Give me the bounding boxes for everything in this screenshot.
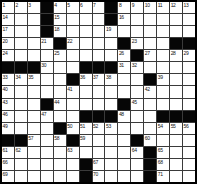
clue-number: 10 bbox=[145, 2, 150, 8]
clue-number: 39 bbox=[158, 74, 163, 80]
white-cell[interactable]: 17 bbox=[2, 26, 14, 37]
white-cell[interactable] bbox=[157, 135, 169, 146]
white-cell[interactable] bbox=[67, 111, 79, 122]
white-cell[interactable] bbox=[28, 99, 40, 110]
clue-number: 36 bbox=[80, 74, 85, 80]
clue-number: 26 bbox=[119, 50, 124, 56]
black-cell bbox=[131, 50, 143, 61]
white-cell[interactable] bbox=[28, 147, 40, 158]
clue-number: 11 bbox=[158, 2, 163, 8]
white-cell[interactable]: 52 bbox=[93, 123, 105, 134]
white-cell[interactable] bbox=[93, 26, 105, 37]
white-cell[interactable]: 34 bbox=[15, 74, 27, 85]
clue-number: 63 bbox=[67, 147, 72, 153]
white-cell[interactable]: 7 bbox=[93, 2, 105, 13]
white-cell[interactable]: 39 bbox=[157, 74, 169, 85]
black-cell bbox=[183, 111, 195, 122]
white-cell[interactable] bbox=[15, 159, 27, 170]
white-cell[interactable]: 48 bbox=[118, 111, 130, 122]
clue-number: 7 bbox=[93, 2, 95, 8]
black-cell bbox=[105, 62, 117, 73]
white-cell[interactable]: 71 bbox=[157, 171, 169, 182]
black-cell bbox=[105, 14, 117, 25]
white-cell[interactable]: 29 bbox=[183, 50, 195, 61]
white-cell[interactable]: 60 bbox=[144, 135, 156, 146]
white-cell[interactable]: 4 bbox=[54, 2, 66, 13]
clue-number: 66 bbox=[3, 159, 8, 165]
clue-number: 5 bbox=[67, 2, 69, 8]
black-cell bbox=[80, 159, 92, 170]
white-cell[interactable] bbox=[54, 62, 66, 73]
clue-number: 43 bbox=[3, 99, 8, 105]
white-cell[interactable]: 66 bbox=[2, 159, 14, 170]
clue-number: 33 bbox=[3, 74, 8, 80]
clue-number: 45 bbox=[132, 99, 137, 105]
white-cell[interactable]: 21 bbox=[41, 38, 53, 49]
clue-number: 1 bbox=[3, 2, 5, 8]
clue-number: 61 bbox=[3, 147, 8, 153]
clue-number: 38 bbox=[106, 74, 111, 80]
white-cell[interactable]: 1 bbox=[2, 2, 14, 13]
white-cell[interactable] bbox=[15, 99, 27, 110]
white-cell[interactable] bbox=[67, 159, 79, 170]
white-cell[interactable]: 2 bbox=[15, 2, 27, 13]
white-cell[interactable]: 24 bbox=[2, 50, 14, 61]
white-cell[interactable] bbox=[15, 86, 27, 97]
white-cell[interactable]: 28 bbox=[170, 50, 182, 61]
black-cell bbox=[15, 135, 27, 146]
white-cell[interactable] bbox=[157, 26, 169, 37]
white-cell[interactable] bbox=[80, 26, 92, 37]
white-cell[interactable] bbox=[67, 62, 79, 73]
white-cell[interactable] bbox=[41, 86, 53, 97]
clue-number: 14 bbox=[3, 14, 8, 20]
white-cell[interactable] bbox=[15, 111, 27, 122]
white-cell[interactable] bbox=[15, 14, 27, 25]
clue-number: 21 bbox=[41, 38, 46, 44]
white-cell[interactable] bbox=[118, 26, 130, 37]
clue-number: 54 bbox=[158, 123, 163, 129]
white-cell[interactable]: 43 bbox=[2, 99, 14, 110]
white-cell[interactable]: 37 bbox=[93, 74, 105, 85]
white-cell[interactable] bbox=[41, 123, 53, 134]
clue-number: 3 bbox=[28, 2, 30, 8]
white-cell[interactable] bbox=[28, 86, 40, 97]
white-cell[interactable] bbox=[105, 38, 117, 49]
clue-number: 40 bbox=[3, 86, 8, 92]
clue-number: 18 bbox=[54, 26, 59, 32]
white-cell[interactable]: 68 bbox=[157, 159, 169, 170]
black-cell bbox=[93, 111, 105, 122]
white-cell[interactable] bbox=[80, 99, 92, 110]
white-cell[interactable] bbox=[15, 171, 27, 182]
clue-number: 22 bbox=[67, 38, 72, 44]
white-cell[interactable]: 23 bbox=[131, 38, 143, 49]
clue-number: 13 bbox=[184, 2, 189, 8]
clue-number: 17 bbox=[3, 26, 8, 32]
white-cell[interactable] bbox=[80, 50, 92, 61]
crossword-puzzle: 1234567891011121314151617181920212223242… bbox=[0, 0, 197, 184]
white-cell[interactable] bbox=[67, 26, 79, 37]
clue-number: 12 bbox=[171, 2, 176, 8]
clue-number: 9 bbox=[132, 2, 134, 8]
white-cell[interactable] bbox=[28, 123, 40, 134]
clue-number: 69 bbox=[3, 171, 8, 177]
black-cell bbox=[144, 147, 156, 158]
white-cell[interactable] bbox=[54, 159, 66, 170]
clue-number: 46 bbox=[3, 111, 8, 117]
white-cell[interactable] bbox=[157, 14, 169, 25]
white-cell[interactable] bbox=[28, 111, 40, 122]
white-cell[interactable] bbox=[118, 123, 130, 134]
white-cell[interactable] bbox=[54, 74, 66, 85]
clue-number: 29 bbox=[184, 50, 189, 56]
black-cell bbox=[144, 159, 156, 170]
clue-number: 59 bbox=[80, 135, 85, 141]
white-cell[interactable]: 27 bbox=[144, 50, 156, 61]
clue-number: 2 bbox=[15, 2, 17, 8]
white-cell[interactable] bbox=[118, 86, 130, 97]
black-cell bbox=[15, 62, 27, 73]
clue-number: 65 bbox=[158, 147, 163, 153]
white-cell[interactable] bbox=[54, 171, 66, 182]
white-cell[interactable] bbox=[105, 86, 117, 97]
clue-number: 50 bbox=[67, 123, 72, 129]
clue-number: 42 bbox=[145, 86, 150, 92]
white-cell[interactable] bbox=[105, 147, 117, 158]
black-cell bbox=[41, 2, 53, 13]
white-cell[interactable]: 70 bbox=[93, 171, 105, 182]
white-cell[interactable] bbox=[183, 99, 195, 110]
clue-number: 53 bbox=[106, 123, 111, 129]
clue-number: 27 bbox=[145, 50, 150, 56]
white-cell[interactable]: 32 bbox=[131, 62, 143, 73]
black-cell bbox=[54, 123, 66, 134]
clue-number: 30 bbox=[41, 62, 46, 68]
white-cell[interactable] bbox=[144, 111, 156, 122]
white-cell[interactable]: 36 bbox=[80, 74, 92, 85]
white-cell[interactable] bbox=[93, 38, 105, 49]
clue-number: 71 bbox=[158, 171, 163, 177]
white-cell[interactable] bbox=[183, 171, 195, 182]
white-cell[interactable] bbox=[131, 171, 143, 182]
white-cell[interactable]: 26 bbox=[118, 50, 130, 61]
white-cell[interactable] bbox=[170, 86, 182, 97]
black-cell bbox=[54, 38, 66, 49]
black-cell bbox=[144, 74, 156, 85]
white-cell[interactable] bbox=[131, 14, 143, 25]
white-cell[interactable] bbox=[144, 26, 156, 37]
white-cell[interactable] bbox=[105, 159, 117, 170]
clue-number: 37 bbox=[93, 74, 98, 80]
white-cell[interactable] bbox=[170, 26, 182, 37]
white-cell[interactable] bbox=[170, 147, 182, 158]
clue-number: 52 bbox=[93, 123, 98, 129]
clue-number: 70 bbox=[93, 171, 98, 177]
clue-number: 20 bbox=[3, 38, 8, 44]
clue-number: 68 bbox=[158, 159, 163, 165]
black-cell bbox=[67, 74, 79, 85]
black-cell bbox=[41, 26, 53, 37]
black-cell bbox=[170, 38, 182, 49]
clue-number: 44 bbox=[54, 99, 59, 105]
white-cell[interactable] bbox=[93, 50, 105, 61]
white-cell[interactable] bbox=[144, 123, 156, 134]
white-cell[interactable]: 16 bbox=[118, 14, 130, 25]
white-cell[interactable] bbox=[144, 14, 156, 25]
white-cell[interactable]: 63 bbox=[67, 147, 79, 158]
white-cell[interactable] bbox=[93, 99, 105, 110]
white-cell[interactable] bbox=[54, 147, 66, 158]
white-cell[interactable] bbox=[144, 99, 156, 110]
white-cell[interactable] bbox=[157, 62, 169, 73]
clue-number: 62 bbox=[15, 147, 20, 153]
black-cell bbox=[80, 62, 92, 73]
black-cell bbox=[170, 111, 182, 122]
white-cell[interactable]: 69 bbox=[2, 171, 14, 182]
black-cell bbox=[118, 99, 130, 110]
black-cell bbox=[2, 62, 14, 73]
clue-number: 16 bbox=[119, 14, 124, 20]
white-cell[interactable] bbox=[105, 50, 117, 61]
white-cell[interactable] bbox=[183, 26, 195, 37]
white-cell[interactable]: 6 bbox=[80, 2, 92, 13]
white-cell[interactable] bbox=[183, 74, 195, 85]
white-cell[interactable] bbox=[170, 135, 182, 146]
clue-number: 25 bbox=[54, 50, 59, 56]
white-cell[interactable] bbox=[183, 135, 195, 146]
white-cell[interactable] bbox=[41, 135, 53, 146]
white-cell[interactable]: 56 bbox=[183, 123, 195, 134]
white-cell[interactable] bbox=[131, 123, 143, 134]
white-cell[interactable]: 13 bbox=[183, 2, 195, 13]
white-cell[interactable]: 30 bbox=[41, 62, 53, 73]
white-cell[interactable]: 65 bbox=[157, 147, 169, 158]
clue-number: 35 bbox=[28, 74, 33, 80]
white-cell[interactable] bbox=[15, 123, 27, 134]
white-cell[interactable]: 50 bbox=[67, 123, 79, 134]
white-cell[interactable]: 62 bbox=[15, 147, 27, 158]
white-cell[interactable] bbox=[144, 38, 156, 49]
black-cell bbox=[41, 14, 53, 25]
white-cell[interactable] bbox=[144, 62, 156, 73]
white-cell[interactable] bbox=[183, 14, 195, 25]
white-cell[interactable] bbox=[15, 26, 27, 37]
white-cell[interactable] bbox=[118, 147, 130, 158]
white-cell[interactable]: 59 bbox=[80, 135, 92, 146]
white-cell[interactable] bbox=[67, 14, 79, 25]
clue-number: 31 bbox=[119, 62, 124, 68]
clue-number: 24 bbox=[3, 50, 8, 56]
black-cell bbox=[2, 135, 14, 146]
white-cell[interactable]: 18 bbox=[54, 26, 66, 37]
white-cell[interactable] bbox=[118, 74, 130, 85]
white-cell[interactable]: 15 bbox=[54, 14, 66, 25]
clue-number: 60 bbox=[145, 135, 150, 141]
white-cell[interactable] bbox=[41, 159, 53, 170]
white-cell[interactable] bbox=[93, 86, 105, 97]
white-cell[interactable] bbox=[157, 99, 169, 110]
white-cell[interactable] bbox=[93, 14, 105, 25]
white-cell[interactable] bbox=[170, 74, 182, 85]
black-cell bbox=[80, 171, 92, 182]
white-cell[interactable] bbox=[183, 159, 195, 170]
white-cell[interactable]: 19 bbox=[105, 26, 117, 37]
white-cell[interactable] bbox=[28, 171, 40, 182]
white-cell[interactable] bbox=[80, 86, 92, 97]
white-cell[interactable] bbox=[41, 171, 53, 182]
clue-number: 57 bbox=[28, 135, 33, 141]
clue-number: 23 bbox=[132, 38, 137, 44]
clue-number: 4 bbox=[54, 2, 56, 8]
white-cell[interactable]: 42 bbox=[144, 86, 156, 97]
white-cell[interactable]: 67 bbox=[93, 159, 105, 170]
white-cell[interactable] bbox=[170, 171, 182, 182]
white-cell[interactable] bbox=[41, 74, 53, 85]
white-cell[interactable]: 5 bbox=[67, 2, 79, 13]
white-cell[interactable] bbox=[80, 14, 92, 25]
white-cell[interactable] bbox=[131, 26, 143, 37]
white-cell[interactable] bbox=[118, 171, 130, 182]
crossword-board: 1234567891011121314151617181920212223242… bbox=[0, 0, 197, 184]
white-cell[interactable] bbox=[28, 38, 40, 49]
black-cell bbox=[131, 135, 143, 146]
black-cell bbox=[144, 171, 156, 182]
white-cell[interactable]: 10 bbox=[144, 2, 156, 13]
white-cell[interactable]: 41 bbox=[67, 86, 79, 97]
white-cell[interactable]: 22 bbox=[67, 38, 79, 49]
white-cell[interactable]: 14 bbox=[2, 14, 14, 25]
white-cell[interactable] bbox=[157, 50, 169, 61]
white-cell[interactable]: 45 bbox=[131, 99, 143, 110]
white-cell[interactable]: 12 bbox=[170, 2, 182, 13]
clue-number: 34 bbox=[15, 74, 20, 80]
white-cell[interactable]: 55 bbox=[170, 123, 182, 134]
white-cell[interactable]: 47 bbox=[41, 111, 53, 122]
white-cell[interactable] bbox=[183, 62, 195, 73]
black-cell bbox=[105, 2, 117, 13]
white-cell[interactable] bbox=[80, 38, 92, 49]
white-cell[interactable]: 61 bbox=[2, 147, 14, 158]
clue-number: 41 bbox=[67, 86, 72, 92]
white-cell[interactable]: 51 bbox=[80, 123, 92, 134]
white-cell[interactable]: 3 bbox=[28, 2, 40, 13]
clue-number: 48 bbox=[119, 111, 124, 117]
white-cell[interactable] bbox=[131, 86, 143, 97]
clue-number: 15 bbox=[54, 14, 59, 20]
clue-number: 8 bbox=[119, 2, 121, 8]
clue-number: 49 bbox=[3, 123, 8, 129]
white-cell[interactable] bbox=[157, 86, 169, 97]
white-cell[interactable]: 64 bbox=[131, 147, 143, 158]
clue-number: 56 bbox=[184, 123, 189, 129]
white-cell[interactable] bbox=[93, 135, 105, 146]
white-cell[interactable] bbox=[105, 171, 117, 182]
white-cell[interactable] bbox=[118, 135, 130, 146]
white-cell[interactable]: 25 bbox=[54, 50, 66, 61]
white-cell[interactable]: 31 bbox=[118, 62, 130, 73]
white-cell[interactable] bbox=[41, 147, 53, 158]
white-cell[interactable]: 8 bbox=[118, 2, 130, 13]
white-cell[interactable]: 53 bbox=[105, 123, 117, 134]
white-cell[interactable] bbox=[15, 50, 27, 61]
white-cell[interactable] bbox=[80, 147, 92, 158]
white-cell[interactable]: 35 bbox=[28, 74, 40, 85]
black-cell bbox=[157, 111, 169, 122]
white-cell[interactable] bbox=[67, 50, 79, 61]
white-cell[interactable] bbox=[28, 26, 40, 37]
clue-number: 58 bbox=[54, 135, 59, 141]
clue-number: 55 bbox=[171, 123, 176, 129]
white-cell[interactable] bbox=[15, 38, 27, 49]
white-cell[interactable] bbox=[67, 171, 79, 182]
black-cell bbox=[80, 111, 92, 122]
white-cell[interactable] bbox=[131, 111, 143, 122]
clue-number: 28 bbox=[171, 50, 176, 56]
white-cell[interactable] bbox=[170, 99, 182, 110]
black-cell bbox=[183, 38, 195, 49]
white-cell[interactable]: 11 bbox=[157, 2, 169, 13]
white-cell[interactable] bbox=[41, 50, 53, 61]
clue-number: 32 bbox=[132, 62, 137, 68]
white-cell[interactable]: 46 bbox=[2, 111, 14, 122]
black-cell bbox=[28, 62, 40, 73]
black-cell bbox=[105, 111, 117, 122]
white-cell[interactable] bbox=[54, 86, 66, 97]
clue-number: 64 bbox=[132, 147, 137, 153]
clue-number: 47 bbox=[41, 111, 46, 117]
white-cell[interactable] bbox=[131, 159, 143, 170]
white-cell[interactable] bbox=[131, 74, 143, 85]
white-cell[interactable]: 49 bbox=[2, 123, 14, 134]
clue-number: 6 bbox=[80, 2, 82, 8]
white-cell[interactable]: 33 bbox=[2, 74, 14, 85]
white-cell[interactable] bbox=[170, 159, 182, 170]
white-cell[interactable] bbox=[183, 86, 195, 97]
white-cell[interactable] bbox=[28, 159, 40, 170]
white-cell[interactable] bbox=[170, 62, 182, 73]
white-cell[interactable] bbox=[105, 99, 117, 110]
white-cell[interactable] bbox=[170, 14, 182, 25]
white-cell[interactable]: 9 bbox=[131, 2, 143, 13]
white-cell[interactable] bbox=[28, 50, 40, 61]
black-cell bbox=[93, 62, 105, 73]
black-cell bbox=[41, 99, 53, 110]
white-cell[interactable]: 57 bbox=[28, 135, 40, 146]
white-cell[interactable] bbox=[28, 14, 40, 25]
white-cell[interactable]: 54 bbox=[157, 123, 169, 134]
clue-number: 67 bbox=[93, 159, 98, 165]
white-cell[interactable] bbox=[54, 111, 66, 122]
white-cell[interactable]: 20 bbox=[2, 38, 14, 49]
white-cell[interactable] bbox=[67, 99, 79, 110]
clue-number: 19 bbox=[106, 26, 111, 32]
white-cell[interactable] bbox=[183, 147, 195, 158]
white-cell[interactable] bbox=[105, 135, 117, 146]
white-cell[interactable]: 44 bbox=[54, 99, 66, 110]
clue-number: 51 bbox=[80, 123, 85, 129]
white-cell[interactable]: 38 bbox=[105, 74, 117, 85]
black-cell bbox=[118, 38, 130, 49]
black-cell bbox=[67, 135, 79, 146]
white-cell[interactable] bbox=[118, 159, 130, 170]
white-cell[interactable] bbox=[157, 38, 169, 49]
white-cell[interactable] bbox=[93, 147, 105, 158]
white-cell[interactable]: 58 bbox=[54, 135, 66, 146]
white-cell[interactable]: 40 bbox=[2, 86, 14, 97]
